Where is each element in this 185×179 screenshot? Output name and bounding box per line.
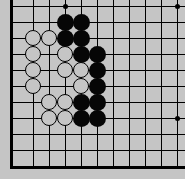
- black-stone: [89, 110, 106, 127]
- black-stone: [89, 78, 106, 95]
- board-bottom-edge-line: [10, 166, 185, 169]
- white-stone: [25, 30, 41, 46]
- hoshi-star-point: [63, 4, 68, 9]
- white-stone: [41, 110, 57, 126]
- grid-line-vertical: [145, 0, 146, 169]
- white-stone: [25, 78, 41, 94]
- black-stone: [73, 110, 90, 127]
- black-stone: [57, 30, 74, 47]
- white-stone: [41, 30, 57, 46]
- grid-line-horizontal: [10, 6, 185, 7]
- go-board[interactable]: [0, 0, 185, 179]
- white-stone: [57, 46, 73, 62]
- grid-line-vertical: [177, 0, 178, 169]
- black-stone: [73, 14, 90, 31]
- board-left-edge-line: [10, 0, 13, 169]
- grid-line-horizontal: [10, 22, 185, 23]
- white-stone: [57, 62, 73, 78]
- grid-line-vertical: [129, 0, 130, 169]
- hoshi-star-point: [175, 116, 180, 121]
- grid-line-horizontal: [10, 134, 185, 135]
- grid-line-vertical: [161, 0, 162, 169]
- black-stone: [57, 14, 74, 31]
- grid-line-vertical: [113, 0, 114, 169]
- hoshi-star-point: [175, 4, 180, 9]
- white-stone: [57, 110, 73, 126]
- grid-line-horizontal: [10, 150, 185, 151]
- white-stone: [25, 46, 41, 62]
- black-stone: [73, 30, 90, 47]
- black-stone: [73, 94, 90, 111]
- grid-line-vertical: [49, 0, 50, 169]
- black-stone: [89, 94, 106, 111]
- white-stone: [57, 94, 73, 110]
- white-stone: [41, 94, 57, 110]
- white-stone: [25, 62, 41, 78]
- white-stone: [73, 62, 89, 78]
- black-stone: [89, 62, 106, 79]
- white-stone: [73, 78, 89, 94]
- black-stone: [73, 46, 90, 63]
- black-stone: [89, 46, 106, 63]
